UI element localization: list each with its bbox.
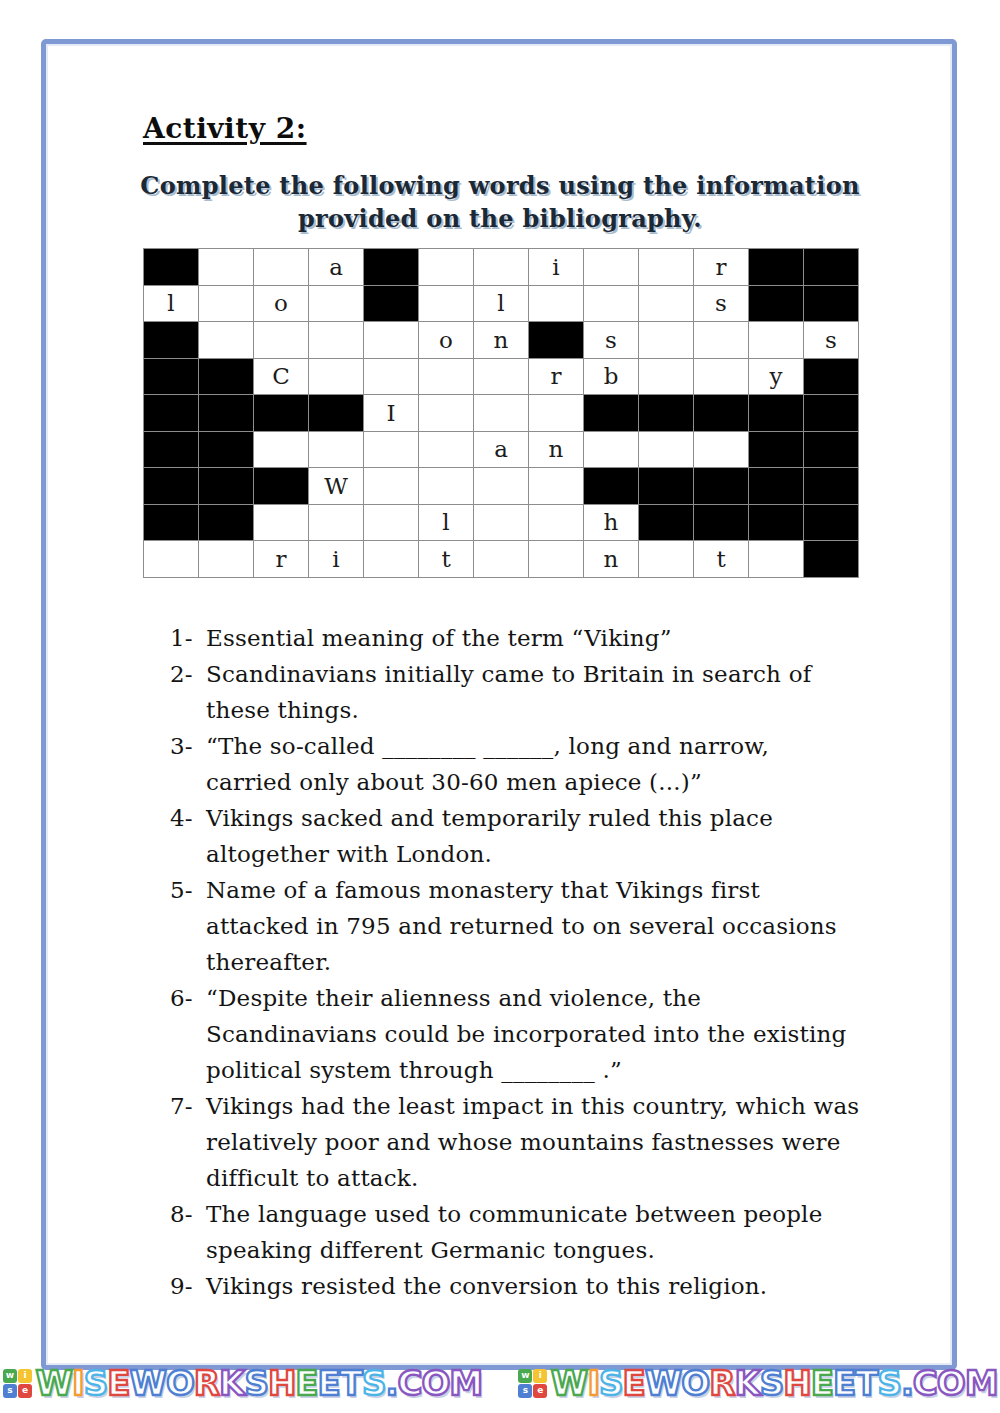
brand-letter: O — [681, 1363, 709, 1403]
cell-r1c2[interactable] — [199, 249, 254, 286]
brand-letter: . — [385, 1363, 397, 1403]
brand-letter: C — [397, 1363, 421, 1403]
cell-r8c12 — [749, 505, 804, 542]
logo-square-i: i — [18, 1369, 32, 1383]
cell-r3c9: s — [584, 322, 639, 359]
cell-r2c1: l — [144, 286, 199, 323]
brand-letter: S — [759, 1363, 783, 1403]
cell-r8c10 — [639, 505, 694, 542]
cell-r2c9[interactable] — [584, 286, 639, 323]
clue-text: Vikings resisted the conversion to this … — [206, 1268, 862, 1304]
cell-r4c13 — [804, 359, 859, 396]
cell-r1c1 — [144, 249, 199, 286]
instructions-line-1: Complete the following words using the i… — [0, 169, 1000, 202]
cell-r6c6[interactable] — [419, 432, 474, 469]
cell-r4c5[interactable] — [364, 359, 419, 396]
clue-text: Vikings sacked and temporarily ruled thi… — [206, 800, 862, 872]
cell-r8c9: h — [584, 505, 639, 542]
cell-r2c7: l — [474, 286, 529, 323]
logo-square-w: w — [518, 1369, 532, 1383]
cell-r9c6: t — [419, 541, 474, 578]
cell-r8c2 — [199, 505, 254, 542]
cell-r7c10 — [639, 468, 694, 505]
cell-r3c3[interactable] — [254, 322, 309, 359]
cell-r5c11 — [694, 395, 749, 432]
cell-r3c10[interactable] — [639, 322, 694, 359]
cell-r1c5 — [364, 249, 419, 286]
cell-r9c12[interactable] — [749, 541, 804, 578]
wise-logo-icon: wise — [3, 1369, 32, 1398]
cell-r2c11: s — [694, 286, 749, 323]
cell-r3c2[interactable] — [199, 322, 254, 359]
cell-r5c3 — [254, 395, 309, 432]
brand-letter: W — [550, 1363, 587, 1403]
cell-r1c4: a — [309, 249, 364, 286]
footer-banner: wiseWISEWORKSHEETS.COMwiseWISEWORKSHEETS… — [0, 1363, 1000, 1403]
brand-letter: R — [709, 1363, 734, 1403]
clue-list: 1-Essential meaning of the term “Viking”… — [170, 620, 862, 1304]
cell-r5c8[interactable] — [529, 395, 584, 432]
brand-letter: S — [83, 1363, 107, 1403]
brand-letter: H — [267, 1363, 294, 1403]
cell-r4c12: y — [749, 359, 804, 396]
cell-r4c3: C — [254, 359, 309, 396]
instructions-line-2: provided on the bibliography. — [0, 202, 1000, 235]
clue-number: 5- — [170, 872, 206, 980]
cell-r1c3[interactable] — [254, 249, 309, 286]
crossword-grid: airlolsonssCrbyIanWlhritnt — [143, 248, 859, 578]
brand-letter: I — [587, 1363, 599, 1403]
cell-r8c5[interactable] — [364, 505, 419, 542]
clue-text: Name of a famous monastery that Vikings … — [206, 872, 862, 980]
cell-r4c1 — [144, 359, 199, 396]
cell-r3c6: o — [419, 322, 474, 359]
clue-number: 3- — [170, 728, 206, 800]
cell-r8c13 — [804, 505, 859, 542]
cell-r3c11[interactable] — [694, 322, 749, 359]
logo-square-e: e — [533, 1384, 547, 1398]
brand-letter: W — [644, 1363, 681, 1403]
cell-r8c3[interactable] — [254, 505, 309, 542]
cell-r1c11: r — [694, 249, 749, 286]
cell-r4c4[interactable] — [309, 359, 364, 396]
cell-r8c6: l — [419, 505, 474, 542]
clue-item: 3-“The so-called ________ ______, long a… — [170, 728, 862, 800]
wise-logo-icon: wise — [518, 1369, 547, 1398]
cell-r6c9[interactable] — [584, 432, 639, 469]
clue-text: “Despite their alienness and violence, t… — [206, 980, 862, 1088]
clue-number: 1- — [170, 620, 206, 656]
cell-r2c3: o — [254, 286, 309, 323]
cell-r5c2 — [199, 395, 254, 432]
cell-r5c6[interactable] — [419, 395, 474, 432]
brand-letter: H — [783, 1363, 810, 1403]
brand-letter: S — [362, 1363, 386, 1403]
clue-number: 2- — [170, 656, 206, 728]
brand-letter: O — [936, 1363, 964, 1403]
brand-letter: S — [877, 1363, 901, 1403]
cell-r2c4[interactable] — [309, 286, 364, 323]
cell-r1c8: i — [529, 249, 584, 286]
cell-r6c7: a — [474, 432, 529, 469]
brand-letter: E — [107, 1363, 129, 1403]
instructions: Complete the following words using the i… — [0, 169, 1000, 235]
clue-text: Essential meaning of the term “Viking” — [206, 620, 862, 656]
cell-r2c8[interactable] — [529, 286, 584, 323]
cell-r4c8: r — [529, 359, 584, 396]
cell-r1c12 — [749, 249, 804, 286]
brand-letter: O — [421, 1363, 449, 1403]
cell-r7c5[interactable] — [364, 468, 419, 505]
cell-r6c12 — [749, 432, 804, 469]
logo-square-e: e — [18, 1384, 32, 1398]
cell-r2c13 — [804, 286, 859, 323]
cell-r7c7[interactable] — [474, 468, 529, 505]
cell-r2c6[interactable] — [419, 286, 474, 323]
cell-r1c6[interactable] — [419, 249, 474, 286]
brand-letter: E — [295, 1363, 317, 1403]
cell-r9c11: t — [694, 541, 749, 578]
cell-r6c13 — [804, 432, 859, 469]
cell-r7c3 — [254, 468, 309, 505]
brand-letter: E — [622, 1363, 644, 1403]
cell-r6c8: n — [529, 432, 584, 469]
clue-item: 8-The language used to communicate betwe… — [170, 1196, 862, 1268]
cell-r9c9: n — [584, 541, 639, 578]
clue-item: 5-Name of a famous monastery that Viking… — [170, 872, 862, 980]
cell-r9c4: i — [309, 541, 364, 578]
clue-text: Scandinavians initially came to Britain … — [206, 656, 862, 728]
clue-text: The language used to communicate between… — [206, 1196, 862, 1268]
cell-r7c11 — [694, 468, 749, 505]
brand-letter: I — [72, 1363, 84, 1403]
cell-r5c7[interactable] — [474, 395, 529, 432]
clue-item: 1-Essential meaning of the term “Viking” — [170, 620, 862, 656]
cell-r5c12 — [749, 395, 804, 432]
brand-letter: E — [810, 1363, 832, 1403]
cell-r3c1 — [144, 322, 199, 359]
brand-letter: W — [35, 1363, 72, 1403]
cell-r1c10[interactable] — [639, 249, 694, 286]
brand-letter: S — [599, 1363, 623, 1403]
brand-letter: W — [129, 1363, 166, 1403]
clue-number: 8- — [170, 1196, 206, 1268]
brand-letter: M — [449, 1363, 482, 1403]
cell-r7c13 — [804, 468, 859, 505]
cell-r3c5[interactable] — [364, 322, 419, 359]
footer-brand: wiseWISEWORKSHEETS.COM — [3, 1363, 482, 1403]
cell-r4c6[interactable] — [419, 359, 474, 396]
brand-letter: E — [317, 1363, 339, 1403]
cell-r9c8[interactable] — [529, 541, 584, 578]
page-title: Activity 2: — [143, 112, 307, 145]
brand-letter: O — [165, 1363, 193, 1403]
cell-r4c2 — [199, 359, 254, 396]
clue-number: 7- — [170, 1088, 206, 1196]
cell-r8c4[interactable] — [309, 505, 364, 542]
clue-item: 6-“Despite their alienness and violence,… — [170, 980, 862, 1088]
clue-number: 4- — [170, 800, 206, 872]
brand-text: WISEWORKSHEETS.COM — [35, 1363, 482, 1403]
brand-letter: E — [832, 1363, 854, 1403]
cell-r6c10[interactable] — [639, 432, 694, 469]
cell-r7c1 — [144, 468, 199, 505]
cell-r5c1 — [144, 395, 199, 432]
cell-r8c11 — [694, 505, 749, 542]
cell-r3c7: n — [474, 322, 529, 359]
clue-item: 9-Vikings resisted the conversion to thi… — [170, 1268, 862, 1304]
cell-r4c9: b — [584, 359, 639, 396]
brand-text: WISEWORKSHEETS.COM — [550, 1363, 997, 1403]
cell-r3c13: s — [804, 322, 859, 359]
clue-item: 7-Vikings had the least impact in this c… — [170, 1088, 862, 1196]
cell-r9c13 — [804, 541, 859, 578]
brand-letter: T — [855, 1363, 877, 1403]
logo-square-i: i — [533, 1369, 547, 1383]
clue-number: 9- — [170, 1268, 206, 1304]
cell-r7c12 — [749, 468, 804, 505]
cell-r2c12 — [749, 286, 804, 323]
brand-letter: K — [219, 1363, 244, 1403]
cell-r7c9 — [584, 468, 639, 505]
cell-r6c1 — [144, 432, 199, 469]
cell-r4c7[interactable] — [474, 359, 529, 396]
cell-r5c9 — [584, 395, 639, 432]
clue-text: “The so-called ________ ______, long and… — [206, 728, 862, 800]
footer-brand: wiseWISEWORKSHEETS.COM — [518, 1363, 997, 1403]
clue-text: Vikings had the least impact in this cou… — [206, 1088, 862, 1196]
cell-r6c4[interactable] — [309, 432, 364, 469]
brand-letter: C — [912, 1363, 936, 1403]
cell-r4c10[interactable] — [639, 359, 694, 396]
logo-square-s: s — [518, 1384, 532, 1398]
cell-r6c3[interactable] — [254, 432, 309, 469]
cell-r4c11[interactable] — [694, 359, 749, 396]
brand-letter: . — [900, 1363, 912, 1403]
cell-r9c10[interactable] — [639, 541, 694, 578]
cell-r1c7[interactable] — [474, 249, 529, 286]
logo-square-s: s — [3, 1384, 17, 1398]
clue-number: 6- — [170, 980, 206, 1088]
cell-r1c9[interactable] — [584, 249, 639, 286]
brand-letter: K — [734, 1363, 759, 1403]
logo-square-w: w — [3, 1369, 17, 1383]
brand-letter: M — [964, 1363, 997, 1403]
cell-r5c4 — [309, 395, 364, 432]
cell-r9c3: r — [254, 541, 309, 578]
brand-letter: T — [339, 1363, 361, 1403]
cell-r5c13 — [804, 395, 859, 432]
cell-r7c8[interactable] — [529, 468, 584, 505]
cell-r8c7[interactable] — [474, 505, 529, 542]
cell-r2c5 — [364, 286, 419, 323]
cell-r3c12[interactable] — [749, 322, 804, 359]
brand-letter: S — [244, 1363, 268, 1403]
cell-r9c7[interactable] — [474, 541, 529, 578]
brand-letter: R — [193, 1363, 218, 1403]
cell-r8c8[interactable] — [529, 505, 584, 542]
cell-r6c5[interactable] — [364, 432, 419, 469]
cell-r5c10 — [639, 395, 694, 432]
cell-r7c2 — [199, 468, 254, 505]
cell-r7c6[interactable] — [419, 468, 474, 505]
cell-r9c1[interactable] — [144, 541, 199, 578]
clue-item: 2-Scandinavians initially came to Britai… — [170, 656, 862, 728]
cell-r9c5[interactable] — [364, 541, 419, 578]
cell-r9c2[interactable] — [199, 541, 254, 578]
cell-r5c5: I — [364, 395, 419, 432]
cell-r3c8 — [529, 322, 584, 359]
cell-r6c11[interactable] — [694, 432, 749, 469]
cell-r2c2[interactable] — [199, 286, 254, 323]
cell-r7c4: W — [309, 468, 364, 505]
cell-r6c2 — [199, 432, 254, 469]
cell-r1c13 — [804, 249, 859, 286]
clue-item: 4-Vikings sacked and temporarily ruled t… — [170, 800, 862, 872]
cell-r3c4[interactable] — [309, 322, 364, 359]
cell-r8c1 — [144, 505, 199, 542]
cell-r2c10[interactable] — [639, 286, 694, 323]
